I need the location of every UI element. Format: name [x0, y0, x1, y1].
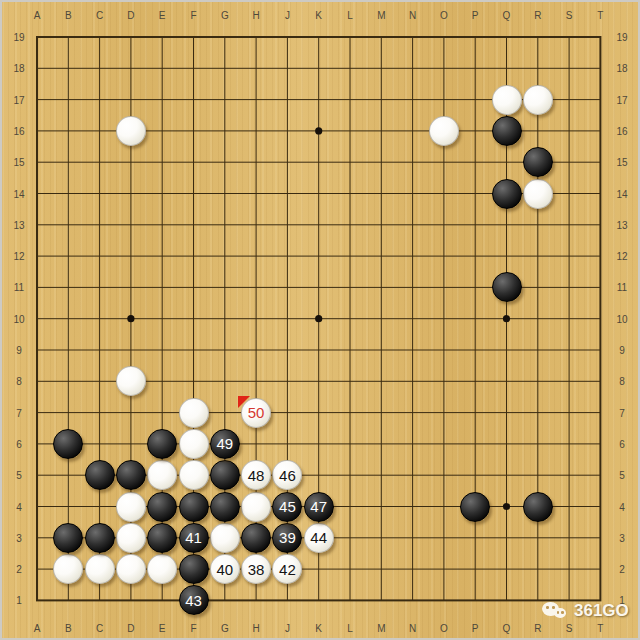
stone-F7: [179, 398, 209, 428]
col-label-top-K: K: [315, 10, 322, 21]
row-label-left-15: 15: [13, 157, 24, 168]
row-label-left-3: 3: [16, 532, 22, 543]
move-number: 43: [185, 593, 202, 608]
stone-E3: [147, 523, 177, 553]
row-label-right-4: 4: [619, 501, 625, 512]
col-label-top-D: D: [127, 10, 134, 21]
row-label-left-7: 7: [16, 407, 22, 418]
stone-G3: [210, 523, 240, 553]
row-label-right-2: 2: [619, 564, 625, 575]
row-label-right-12: 12: [616, 251, 627, 262]
wechat-icon: [542, 599, 570, 623]
stone-D5: [116, 460, 146, 490]
col-label-bottom-S: S: [566, 623, 573, 634]
col-label-top-T: T: [597, 10, 603, 21]
col-label-bottom-R: R: [534, 623, 541, 634]
row-label-right-17: 17: [616, 94, 627, 105]
stone-C5: [85, 460, 115, 490]
col-label-bottom-Q: Q: [503, 623, 511, 634]
stone-P4: [460, 492, 490, 522]
row-label-left-12: 12: [13, 251, 24, 262]
stone-Q11: [492, 272, 522, 302]
col-label-top-F: F: [190, 10, 196, 21]
row-label-left-10: 10: [13, 313, 24, 324]
stone-D2: [116, 554, 146, 584]
col-label-top-B: B: [65, 10, 72, 21]
row-label-left-13: 13: [13, 219, 24, 230]
row-label-right-14: 14: [616, 188, 627, 199]
row-label-left-14: 14: [13, 188, 24, 199]
stone-G6-move-49: 49: [210, 429, 240, 459]
col-label-top-N: N: [409, 10, 416, 21]
row-label-left-9: 9: [16, 345, 22, 356]
go-board[interactable]: AABBCCDDEEFFGGHHJJKKLLMMNNOOPPQQRRSSTT19…: [2, 2, 638, 638]
row-label-right-10: 10: [616, 313, 627, 324]
move-number: 45: [279, 499, 296, 514]
row-label-left-1: 1: [16, 595, 22, 606]
col-label-top-H: H: [252, 10, 259, 21]
stone-K3-move-44: 44: [304, 523, 334, 553]
row-label-left-16: 16: [13, 125, 24, 136]
move-number: 48: [248, 468, 265, 483]
col-label-top-S: S: [566, 10, 573, 21]
col-label-bottom-N: N: [409, 623, 416, 634]
stone-Q17: [492, 85, 522, 115]
move-number: 44: [310, 530, 327, 545]
row-label-right-13: 13: [616, 219, 627, 230]
row-label-right-18: 18: [616, 63, 627, 74]
stone-F1-move-43: 43: [179, 585, 209, 615]
stone-C3: [85, 523, 115, 553]
row-label-left-6: 6: [16, 438, 22, 449]
move-number: 47: [310, 499, 327, 514]
stone-G2-move-40: 40: [210, 554, 240, 584]
stone-F2: [179, 554, 209, 584]
stone-H4: [241, 492, 271, 522]
row-label-right-19: 19: [616, 32, 627, 43]
col-label-bottom-P: P: [472, 623, 479, 634]
col-label-top-R: R: [534, 10, 541, 21]
col-label-bottom-B: B: [65, 623, 72, 634]
col-label-bottom-G: G: [221, 623, 229, 634]
stone-F4: [179, 492, 209, 522]
row-label-right-7: 7: [619, 407, 625, 418]
row-label-right-16: 16: [616, 125, 627, 136]
stone-R14: [523, 179, 553, 209]
stone-E4: [147, 492, 177, 522]
row-label-left-4: 4: [16, 501, 22, 512]
stone-D8: [116, 366, 146, 396]
row-label-right-15: 15: [616, 157, 627, 168]
stone-D3: [116, 523, 146, 553]
move-number: 38: [248, 562, 265, 577]
row-label-left-2: 2: [16, 564, 22, 575]
col-label-bottom-D: D: [127, 623, 134, 634]
move-number: 40: [216, 562, 233, 577]
col-label-bottom-T: T: [597, 623, 603, 634]
col-label-bottom-J: J: [285, 623, 290, 634]
col-label-top-P: P: [472, 10, 479, 21]
wechat-bubble-small: [554, 608, 566, 618]
row-label-left-11: 11: [14, 282, 24, 293]
stone-H3: [241, 523, 271, 553]
col-label-bottom-H: H: [252, 623, 259, 634]
col-label-bottom-F: F: [190, 623, 196, 634]
col-label-top-O: O: [440, 10, 448, 21]
col-label-top-C: C: [96, 10, 103, 21]
col-label-bottom-C: C: [96, 623, 103, 634]
stone-F6: [179, 429, 209, 459]
row-label-left-5: 5: [16, 470, 22, 481]
move-number: 49: [216, 436, 233, 451]
row-label-left-18: 18: [13, 63, 24, 74]
stone-F5: [179, 460, 209, 490]
col-label-top-G: G: [221, 10, 229, 21]
col-label-bottom-O: O: [440, 623, 448, 634]
move-number: 39: [279, 530, 296, 545]
stone-F3-move-41: 41: [179, 523, 209, 553]
stone-O16: [429, 116, 459, 146]
stone-B3: [53, 523, 83, 553]
col-label-top-A: A: [34, 10, 41, 21]
col-label-bottom-M: M: [377, 623, 385, 634]
row-label-right-6: 6: [619, 438, 625, 449]
stone-Q16: [492, 116, 522, 146]
col-label-top-M: M: [377, 10, 385, 21]
move-number: 42: [279, 562, 296, 577]
row-label-right-3: 3: [619, 532, 625, 543]
col-label-top-L: L: [347, 10, 353, 21]
col-label-bottom-A: A: [34, 623, 41, 634]
row-label-left-19: 19: [13, 32, 24, 43]
stone-R15: [523, 147, 553, 177]
col-label-top-J: J: [285, 10, 290, 21]
stone-H7-move-50: 50: [241, 398, 271, 428]
stone-R17: [523, 85, 553, 115]
stone-H2-move-38: 38: [241, 554, 271, 584]
col-label-bottom-K: K: [315, 623, 322, 634]
last-move-marker-icon: [238, 396, 250, 408]
row-label-right-9: 9: [619, 345, 625, 356]
stone-G5: [210, 460, 240, 490]
col-label-top-E: E: [159, 10, 166, 21]
row-label-left-8: 8: [16, 376, 22, 387]
move-number: 50: [248, 405, 265, 420]
stone-B6: [53, 429, 83, 459]
move-number: 46: [279, 468, 296, 483]
stone-D4: [116, 492, 146, 522]
stone-K4-move-47: 47: [304, 492, 334, 522]
watermark-text: 361GO: [574, 601, 629, 621]
watermark-361go: 361GO: [542, 598, 629, 624]
row-label-left-17: 17: [13, 94, 24, 105]
col-label-top-Q: Q: [503, 10, 511, 21]
stone-J3-move-39: 39: [272, 523, 302, 553]
stone-C2: [85, 554, 115, 584]
row-label-right-11: 11: [617, 282, 627, 293]
stone-J4-move-45: 45: [272, 492, 302, 522]
stone-G4: [210, 492, 240, 522]
row-label-right-8: 8: [619, 376, 625, 387]
stone-Q14: [492, 179, 522, 209]
stone-R4: [523, 492, 553, 522]
col-label-bottom-E: E: [159, 623, 166, 634]
stone-E6: [147, 429, 177, 459]
stone-D16: [116, 116, 146, 146]
move-number: 41: [185, 530, 202, 545]
row-label-right-5: 5: [619, 470, 625, 481]
col-label-bottom-L: L: [347, 623, 353, 634]
go-board-screenshot: AABBCCDDEEFFGGHHJJKKLLMMNNOOPPQQRRSSTT19…: [0, 0, 640, 640]
